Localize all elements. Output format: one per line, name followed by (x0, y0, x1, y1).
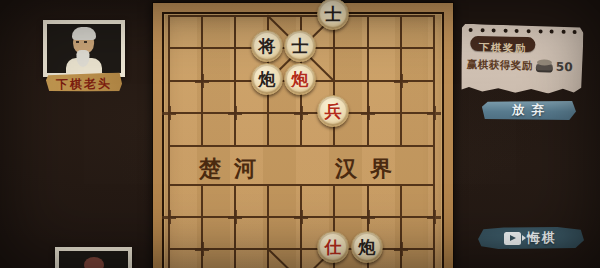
coin-stack-top (537, 59, 552, 65)
undo-label: 悔棋 (527, 229, 557, 247)
piece-兵-red[interactable]: 兵 (317, 95, 349, 127)
position-marker (162, 106, 176, 120)
perforation-hole (527, 29, 531, 33)
position-marker (195, 242, 209, 256)
piece-炮-black[interactable]: 炮 (251, 63, 283, 95)
reward-title-badge: 下棋奖励 (470, 36, 535, 52)
reward-amount: 50 (556, 59, 573, 73)
position-marker (294, 210, 308, 224)
position-marker (361, 106, 375, 120)
xiangqi-board[interactable]: 楚河 汉界 士将士炮炮兵仕炮 (152, 2, 454, 268)
undo-button[interactable]: 悔棋 (477, 227, 584, 249)
position-marker (361, 210, 375, 224)
perforation-hole (538, 29, 542, 33)
reward-desc: 赢棋获得奖励 (467, 57, 533, 72)
portrait-photo-inner (47, 24, 121, 73)
perforation-hole (561, 30, 565, 34)
position-marker (162, 210, 176, 224)
portrait-label: 下棋老头 (56, 77, 112, 92)
position-marker (195, 74, 209, 88)
piece-炮-red[interactable]: 炮 (284, 63, 316, 95)
reward-row: 赢棋获得奖励 50 (467, 57, 580, 74)
give-up-label: 放弃 (505, 102, 551, 119)
position-marker (427, 210, 441, 224)
perforation-hole (515, 29, 519, 33)
perforation-hole (492, 28, 496, 32)
position-marker (228, 210, 242, 224)
old-man-hair (72, 27, 96, 40)
give-up-button[interactable]: 放弃 (480, 101, 576, 120)
second-portrait-figure (84, 257, 104, 268)
piece-将-black[interactable]: 将 (251, 30, 283, 62)
piece-仕-red[interactable]: 仕 (317, 231, 349, 263)
opponent-portrait (43, 20, 125, 77)
perforation-hole (469, 28, 473, 32)
portrait-label-plaque: 下棋老头 (46, 72, 122, 92)
old-man-eyes (76, 41, 79, 43)
piece-士-black[interactable]: 士 (284, 30, 316, 62)
position-marker (427, 106, 441, 120)
perforation-hole (503, 29, 507, 33)
position-marker (228, 106, 242, 120)
torn-perforation-holes (464, 28, 582, 36)
position-marker (294, 106, 308, 120)
coin-stack-icon (536, 58, 555, 73)
position-marker (394, 242, 408, 256)
second-portrait (55, 247, 132, 268)
piece-炮-black[interactable]: 炮 (351, 231, 383, 263)
perforation-hole (480, 28, 484, 32)
reward-title: 下棋奖励 (479, 41, 527, 54)
video-camera-icon (504, 232, 521, 245)
perforation-hole (573, 30, 577, 34)
perforation-hole (550, 30, 554, 34)
second-portrait-inner (59, 251, 128, 268)
position-marker (394, 74, 408, 88)
reward-note: 下棋奖励 赢棋获得奖励 50 (460, 24, 583, 97)
game-screen: 下棋老头 楚河 汉界 士将士炮炮兵仕炮 下棋奖励 赢棋获得奖励 50 放弃 (0, 0, 600, 268)
